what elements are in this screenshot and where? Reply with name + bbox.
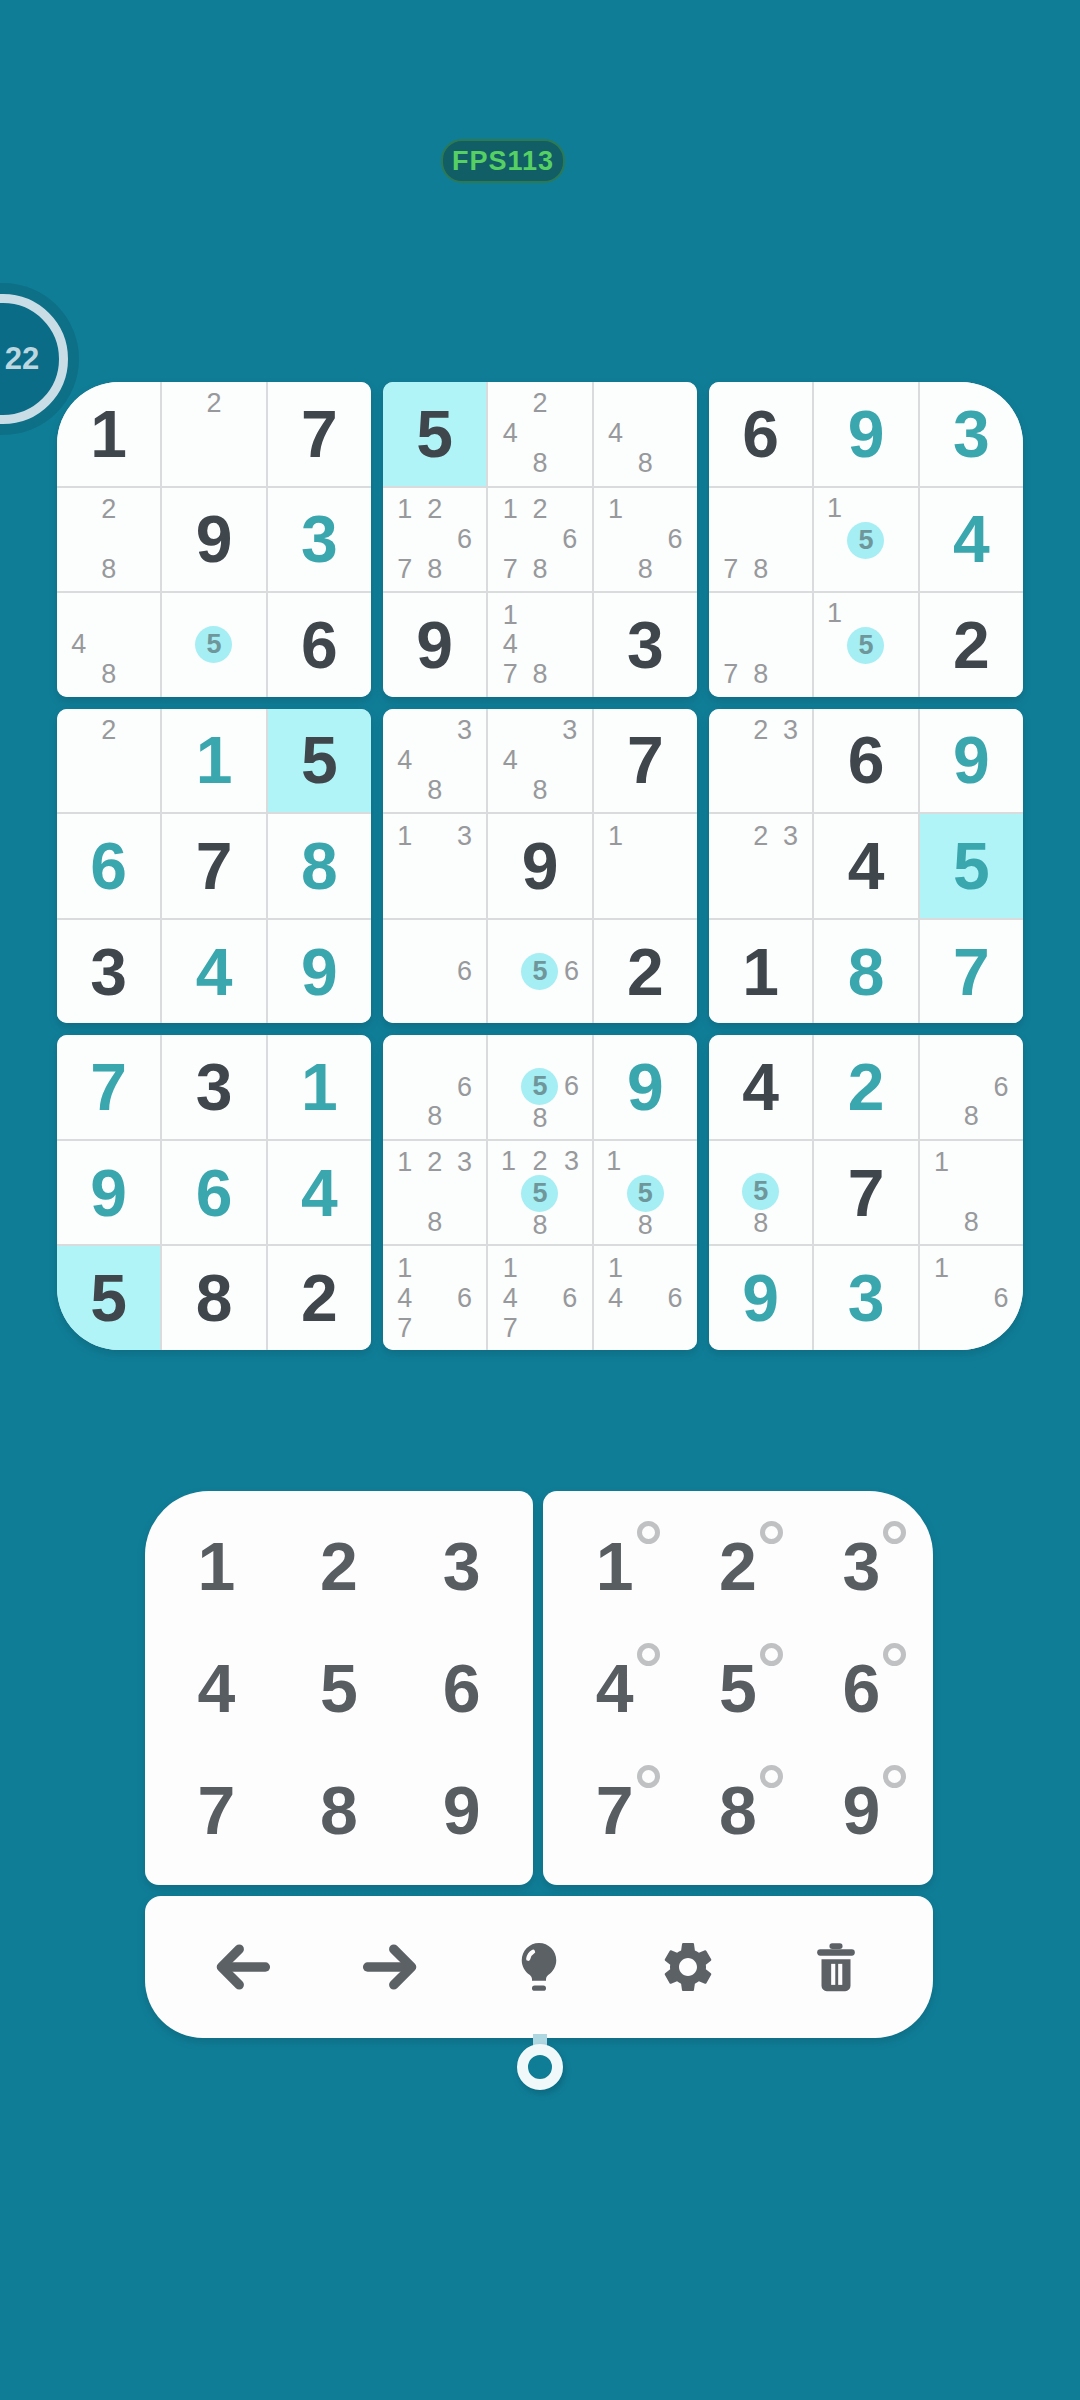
pencil-slot-4 xyxy=(716,630,746,660)
pencil-marks: 348 xyxy=(390,716,479,806)
pencil-slot-6: 6 xyxy=(986,1072,1016,1102)
note-digit-button-4[interactable]: 4 xyxy=(553,1627,676,1749)
pencil-slot-8: 8 xyxy=(521,1105,558,1132)
cell-r1c4[interactable]: 5 xyxy=(383,382,486,486)
cell-r4c8[interactable]: 6 xyxy=(814,709,917,813)
digit-button-4[interactable]: 4 xyxy=(155,1627,278,1749)
pencil-slot-6 xyxy=(124,524,154,554)
note-digit-button-6[interactable]: 6 xyxy=(800,1627,923,1749)
pencil-marks: 56 xyxy=(495,927,584,1017)
pencil-slot-7 xyxy=(495,990,521,1016)
pencil-slot-3 xyxy=(232,600,258,626)
pencil-slot-1: 1 xyxy=(821,495,847,522)
digit-button-2[interactable]: 2 xyxy=(278,1505,401,1627)
pencil-slot-8: 8 xyxy=(94,660,124,690)
cell-r9c1[interactable]: 5 xyxy=(57,1246,160,1350)
pencil-slot-1 xyxy=(390,927,420,957)
cell-r4c3[interactable]: 5 xyxy=(268,709,371,813)
cell-value: 4 xyxy=(742,1054,779,1120)
undo-button[interactable] xyxy=(197,1922,287,2012)
pencil-slot-5 xyxy=(746,630,776,660)
pad-digit-label: 7 xyxy=(197,1776,235,1844)
erase-button[interactable] xyxy=(791,1922,881,2012)
pencil-slot-4 xyxy=(601,524,631,554)
note-digit-button-9[interactable]: 9 xyxy=(800,1749,923,1871)
cell-r9c3[interactable]: 2 xyxy=(268,1246,371,1350)
cell-r2c7[interactable]: 78 xyxy=(709,488,812,592)
cell-r9c7[interactable]: 9 xyxy=(709,1246,812,1350)
cell-r5c8[interactable]: 4 xyxy=(814,814,917,918)
pencil-slot-6 xyxy=(450,746,480,776)
pencil-slot-5 xyxy=(94,524,124,554)
cell-r4c5[interactable]: 348 xyxy=(488,709,591,813)
cell-r2c6[interactable]: 168 xyxy=(594,488,697,592)
cell-r9c6[interactable]: 146 xyxy=(594,1246,697,1350)
cell-r1c1[interactable]: 1 xyxy=(57,382,160,486)
pencil-slot-9 xyxy=(124,554,154,584)
cell-r9c2[interactable]: 8 xyxy=(162,1246,265,1350)
pencil-slot-7 xyxy=(390,1208,420,1238)
cell-value: 9 xyxy=(742,1265,779,1331)
cell-value: 8 xyxy=(196,1265,233,1331)
pencil-slot-2: 2 xyxy=(525,389,555,419)
cell-value: 2 xyxy=(953,612,990,678)
pencil-slot-8: 8 xyxy=(746,554,776,584)
pencil-slot-9 xyxy=(450,554,480,584)
pencil-slot-4 xyxy=(716,1173,742,1210)
cell-value: 9 xyxy=(90,1160,127,1226)
pencil-slot-8 xyxy=(199,449,229,479)
pencil-slot-4 xyxy=(495,524,525,554)
note-ring-icon xyxy=(883,1765,906,1788)
pencil-slot-2 xyxy=(521,927,558,953)
pencil-slot-8: 8 xyxy=(630,449,660,479)
cell-r7c4[interactable]: 68 xyxy=(383,1035,486,1139)
digit-button-9[interactable]: 9 xyxy=(400,1749,523,1871)
note-digit-button-7[interactable]: 7 xyxy=(553,1749,676,1871)
pencil-slot-8 xyxy=(420,881,450,911)
note-digit-button-3[interactable]: 3 xyxy=(800,1505,923,1627)
pencil-slot-3 xyxy=(555,389,585,419)
cell-r8c1[interactable]: 9 xyxy=(57,1141,160,1245)
cell-r3c5[interactable]: 1478 xyxy=(488,593,591,697)
pencil-slot-1 xyxy=(64,495,94,525)
cell-r7c5[interactable]: 568 xyxy=(488,1035,591,1139)
pencil-marks: 68 xyxy=(390,1042,479,1132)
cell-r4c2[interactable]: 1 xyxy=(162,709,265,813)
pencil-slot-6: 6 xyxy=(986,1283,1016,1313)
pencil-slot-4: 4 xyxy=(495,746,525,776)
cell-r6c7[interactable]: 1 xyxy=(709,920,812,1024)
pencil-slot-8 xyxy=(630,881,660,911)
cell-r8c5[interactable]: 12358 xyxy=(488,1141,591,1245)
pencil-slot-5 xyxy=(630,851,660,881)
cell-value: 9 xyxy=(196,506,233,572)
pencil-slot-9 xyxy=(450,986,480,1016)
pencil-slot-9 xyxy=(776,881,806,911)
cell-value: 9 xyxy=(416,612,453,678)
pencil-slot-3 xyxy=(660,495,690,525)
pencil-slot-6 xyxy=(558,1175,584,1212)
pencil-slot-7 xyxy=(64,554,94,584)
pencil-slot-6 xyxy=(776,746,806,776)
pencil-slot-6 xyxy=(229,419,259,449)
note-digit-button-2[interactable]: 2 xyxy=(676,1505,799,1627)
cell-r8c9[interactable]: 18 xyxy=(920,1141,1023,1245)
pencil-slot-3 xyxy=(558,927,584,953)
redo-button[interactable] xyxy=(346,1922,436,2012)
pencil-slot-6 xyxy=(232,626,258,663)
pencil-slot-1 xyxy=(390,1042,420,1072)
pencil-slot-2: 2 xyxy=(94,495,124,525)
cell-value: 9 xyxy=(627,1054,664,1120)
pencil-slot-9 xyxy=(776,775,806,805)
pencil-slot-9 xyxy=(555,449,585,479)
pencil-slot-2 xyxy=(847,600,884,627)
pencil-slot-8: 8 xyxy=(956,1102,986,1132)
pencil-slot-5 xyxy=(94,746,124,776)
digit-button-7[interactable]: 7 xyxy=(155,1749,278,1871)
pencil-slot-4 xyxy=(390,1072,420,1102)
pencil-slot-6: 6 xyxy=(555,524,585,554)
pencil-slot-9 xyxy=(555,1313,585,1343)
pencil-slot-8: 8 xyxy=(94,554,124,584)
pencil-slot-9 xyxy=(555,554,585,584)
pencil-slot-3 xyxy=(776,495,806,525)
cell-value: 5 xyxy=(301,727,338,793)
pencil-slot-4: 4 xyxy=(495,630,525,660)
pad-digit-label: 9 xyxy=(842,1776,880,1844)
pencil-slot-3 xyxy=(124,495,154,525)
pencil-slot-1: 1 xyxy=(821,600,847,627)
pencil-slot-5: 5 xyxy=(847,627,884,664)
hint-button[interactable] xyxy=(494,1922,584,2012)
pencil-slot-8 xyxy=(746,775,776,805)
pencil-slot-1 xyxy=(495,389,525,419)
cell-r3c1[interactable]: 48 xyxy=(57,593,160,697)
cell-r2c9[interactable]: 4 xyxy=(920,488,1023,592)
pencil-slot-6: 6 xyxy=(450,524,480,554)
pencil-slot-2: 2 xyxy=(420,1148,450,1178)
box-5: 348348713916562 xyxy=(383,709,697,1024)
pencil-slot-5: 5 xyxy=(195,626,232,663)
pencil-slot-5: 5 xyxy=(742,1173,779,1210)
pencil-slot-5 xyxy=(630,524,660,554)
pencil-slot-5: 5 xyxy=(521,953,558,990)
note-ring-icon xyxy=(760,1643,783,1666)
pencil-slot-5 xyxy=(94,630,124,660)
pencil-slot-6 xyxy=(776,851,806,881)
pencil-slot-5 xyxy=(746,524,776,554)
pencil-slot-7: 7 xyxy=(716,660,746,690)
cell-r6c8[interactable]: 8 xyxy=(814,920,917,1024)
pencil-slot-7 xyxy=(169,663,195,689)
cell-value: 2 xyxy=(848,1054,885,1120)
toolbar xyxy=(145,1896,933,2038)
pencil-marks: 12678 xyxy=(495,495,584,585)
cell-r8c7[interactable]: 58 xyxy=(709,1141,812,1245)
pencil-slot-1: 1 xyxy=(495,1148,521,1175)
pencil-slot-1 xyxy=(495,927,521,953)
cell-r4c4[interactable]: 348 xyxy=(383,709,486,813)
cell-r2c8[interactable]: 15 xyxy=(814,488,917,592)
pencil-slot-4 xyxy=(495,1175,521,1212)
note-digit-button-8[interactable]: 8 xyxy=(676,1749,799,1871)
cell-value: 3 xyxy=(90,939,127,1005)
pencil-slot-5 xyxy=(525,419,555,449)
pencil-slot-4 xyxy=(716,524,746,554)
cell-value: 7 xyxy=(627,727,664,793)
cell-r7c8[interactable]: 2 xyxy=(814,1035,917,1139)
pad-digit-label: 5 xyxy=(719,1654,757,1722)
cell-r1c3[interactable]: 7 xyxy=(268,382,371,486)
cell-r4c7[interactable]: 23 xyxy=(709,709,812,813)
cell-r4c1[interactable]: 2 xyxy=(57,709,160,813)
pencil-slot-8 xyxy=(420,1313,450,1343)
pencil-slot-2: 2 xyxy=(746,716,776,746)
pencil-marks: 168 xyxy=(601,495,690,585)
cell-r8c2[interactable]: 6 xyxy=(162,1141,265,1245)
pencil-slot-6 xyxy=(660,419,690,449)
cell-r7c2[interactable]: 3 xyxy=(162,1035,265,1139)
pencil-slot-2 xyxy=(630,389,660,419)
cell-r8c4[interactable]: 1238 xyxy=(383,1141,486,1245)
cell-r6c3[interactable]: 9 xyxy=(268,920,371,1024)
box-6: 23692345187 xyxy=(709,709,1023,1024)
pencil-slot-6 xyxy=(776,524,806,554)
cell-r5c7[interactable]: 23 xyxy=(709,814,812,918)
cell-r1c5[interactable]: 248 xyxy=(488,382,591,486)
cell-value: 1 xyxy=(90,401,127,467)
cell-value: 8 xyxy=(301,833,338,899)
pencil-marks: 16 xyxy=(927,1253,1016,1343)
pad-digit-label: 2 xyxy=(320,1532,358,1600)
digit-button-8[interactable]: 8 xyxy=(278,1749,401,1871)
pencil-marks: 12358 xyxy=(495,1148,584,1238)
cell-r1c7[interactable]: 6 xyxy=(709,382,812,486)
cell-value: 5 xyxy=(90,1265,127,1331)
pencil-marks: 1 xyxy=(601,821,690,911)
cell-r6c1[interactable]: 3 xyxy=(57,920,160,1024)
pencil-slot-1 xyxy=(390,716,420,746)
pencil-slot-6 xyxy=(776,630,806,660)
pencil-slot-4 xyxy=(390,524,420,554)
pencil-slot-3: 3 xyxy=(776,821,806,851)
pencil-marks: 2 xyxy=(169,389,258,479)
pencil-slot-1 xyxy=(495,1042,521,1068)
pencil-slot-7 xyxy=(495,775,525,805)
pencil-slot-8: 8 xyxy=(420,775,450,805)
cell-r1c9[interactable]: 3 xyxy=(920,382,1023,486)
pencil-slot-8: 8 xyxy=(420,1102,450,1132)
pencil-highlight: 5 xyxy=(742,1173,779,1210)
cell-r6c9[interactable]: 7 xyxy=(920,920,1023,1024)
cell-r4c9[interactable]: 9 xyxy=(920,709,1023,813)
note-digit-button-5[interactable]: 5 xyxy=(676,1627,799,1749)
drag-handle[interactable] xyxy=(517,2044,563,2090)
pencil-slot-7 xyxy=(601,449,631,479)
cell-r2c4[interactable]: 12678 xyxy=(383,488,486,592)
cell-value: 5 xyxy=(416,401,453,467)
pencil-marks: 48 xyxy=(601,389,690,479)
cell-value: 7 xyxy=(953,939,990,1005)
cell-r6c6[interactable]: 2 xyxy=(594,920,697,1024)
cell-value: 6 xyxy=(301,612,338,678)
pencil-slot-1 xyxy=(716,495,746,525)
pencil-slot-3 xyxy=(555,495,585,525)
pencil-slot-7 xyxy=(390,881,420,911)
pencil-slot-3 xyxy=(660,389,690,419)
cell-r9c9[interactable]: 16 xyxy=(920,1246,1023,1350)
pencil-slot-2 xyxy=(627,1148,664,1175)
pencil-slot-7 xyxy=(495,449,525,479)
pencil-highlight: 5 xyxy=(627,1175,664,1212)
pencil-slot-5 xyxy=(420,851,450,881)
pencil-slot-8 xyxy=(525,1313,555,1343)
cell-r3c3[interactable]: 6 xyxy=(268,593,371,697)
cell-r1c6[interactable]: 48 xyxy=(594,382,697,486)
pencil-marks: 18 xyxy=(927,1148,1016,1238)
cell-r9c8[interactable]: 3 xyxy=(814,1246,917,1350)
pencil-slot-7 xyxy=(716,775,746,805)
pencil-slot-1 xyxy=(716,600,746,630)
pencil-slot-3 xyxy=(450,1042,480,1072)
gear-icon xyxy=(658,1937,718,1997)
cell-r3c8[interactable]: 15 xyxy=(814,593,917,697)
cell-r8c6[interactable]: 158 xyxy=(594,1141,697,1245)
digit-button-6[interactable]: 6 xyxy=(400,1627,523,1749)
pencil-slot-7: 7 xyxy=(495,1313,525,1343)
pencil-slot-3 xyxy=(986,1148,1016,1178)
cell-r8c8[interactable]: 7 xyxy=(814,1141,917,1245)
pencil-slot-2: 2 xyxy=(199,389,229,419)
pencil-slot-3 xyxy=(884,600,910,627)
pencil-slot-5 xyxy=(525,524,555,554)
fps-badge-label: FPS113 xyxy=(452,146,554,177)
pencil-slot-3 xyxy=(986,1042,1016,1072)
cell-r3c4[interactable]: 9 xyxy=(383,593,486,697)
pencil-slot-4 xyxy=(64,524,94,554)
cell-r2c1[interactable]: 28 xyxy=(57,488,160,592)
cell-r5c3[interactable]: 8 xyxy=(268,814,371,918)
pencil-slot-3: 3 xyxy=(450,1148,480,1178)
settings-button[interactable] xyxy=(643,1922,733,2012)
pencil-slot-7: 7 xyxy=(716,554,746,584)
digit-button-3[interactable]: 3 xyxy=(400,1505,523,1627)
cell-value: 3 xyxy=(953,401,990,467)
pencil-marks: 1467 xyxy=(495,1253,584,1343)
cell-r5c2[interactable]: 7 xyxy=(162,814,265,918)
cell-r3c2[interactable]: 5 xyxy=(162,593,265,697)
cell-r7c7[interactable]: 4 xyxy=(709,1035,812,1139)
pencil-slot-7 xyxy=(821,559,847,585)
cell-r3c6[interactable]: 3 xyxy=(594,593,697,697)
pencil-slot-3 xyxy=(555,600,585,630)
cell-r7c9[interactable]: 68 xyxy=(920,1035,1023,1139)
cell-r3c7[interactable]: 78 xyxy=(709,593,812,697)
cell-r6c4[interactable]: 6 xyxy=(383,920,486,1024)
cell-r5c9[interactable]: 5 xyxy=(920,814,1023,918)
cell-r2c5[interactable]: 12678 xyxy=(488,488,591,592)
pencil-slot-1 xyxy=(169,389,199,419)
pencil-slot-8 xyxy=(195,663,232,689)
cell-value: 7 xyxy=(301,401,338,467)
pencil-slot-1 xyxy=(716,1148,742,1174)
pencil-slot-4 xyxy=(390,851,420,881)
pencil-highlight: 5 xyxy=(521,1175,558,1212)
pencil-marks: 6 xyxy=(390,927,479,1017)
trash-icon xyxy=(807,1938,865,1996)
pencil-highlight: 5 xyxy=(195,626,232,663)
pencil-slot-5 xyxy=(420,957,450,987)
pencil-slot-9 xyxy=(232,663,258,689)
cell-r2c2[interactable]: 9 xyxy=(162,488,265,592)
note-ring-icon xyxy=(637,1643,660,1666)
digit-button-1[interactable]: 1 xyxy=(155,1505,278,1627)
cell-r1c8[interactable]: 9 xyxy=(814,382,917,486)
cell-r7c3[interactable]: 1 xyxy=(268,1035,371,1139)
pencil-slot-3 xyxy=(124,716,154,746)
cell-value: 3 xyxy=(627,612,664,678)
cell-r4c6[interactable]: 7 xyxy=(594,709,697,813)
pencil-slot-9 xyxy=(776,554,806,584)
pencil-slot-4: 4 xyxy=(64,630,94,660)
cell-r2c3[interactable]: 3 xyxy=(268,488,371,592)
cell-r1c2[interactable]: 2 xyxy=(162,382,265,486)
cell-value: 9 xyxy=(301,939,338,1005)
cell-value: 4 xyxy=(953,506,990,572)
pencil-slot-3 xyxy=(776,600,806,630)
pencil-slot-6 xyxy=(555,630,585,660)
box-9: 4268587189316 xyxy=(709,1035,1023,1350)
note-digit-button-1[interactable]: 1 xyxy=(553,1505,676,1627)
cell-value: 8 xyxy=(848,939,885,1005)
cell-r5c4[interactable]: 13 xyxy=(383,814,486,918)
pencil-slot-7: 7 xyxy=(495,554,525,584)
cell-r6c2[interactable]: 4 xyxy=(162,920,265,1024)
cell-r5c6[interactable]: 1 xyxy=(594,814,697,918)
pencil-slot-6 xyxy=(555,746,585,776)
cell-value: 7 xyxy=(90,1054,127,1120)
pencil-slot-4 xyxy=(716,746,746,776)
cell-r7c1[interactable]: 7 xyxy=(57,1035,160,1139)
pencil-slot-6 xyxy=(884,627,910,664)
sudoku-board: 1272893485652484812678126781689147836937… xyxy=(57,382,1023,1350)
pencil-slot-6 xyxy=(450,851,480,881)
cell-r5c5[interactable]: 9 xyxy=(488,814,591,918)
pencil-slot-3 xyxy=(660,821,690,851)
digit-button-5[interactable]: 5 xyxy=(278,1627,401,1749)
pencil-slot-2 xyxy=(420,927,450,957)
pencil-slot-1 xyxy=(601,389,631,419)
pencil-slot-7 xyxy=(716,881,746,911)
cell-r9c5[interactable]: 1467 xyxy=(488,1246,591,1350)
cell-r3c9[interactable]: 2 xyxy=(920,593,1023,697)
pencil-slot-8 xyxy=(956,1313,986,1343)
cell-r9c4[interactable]: 1467 xyxy=(383,1246,486,1350)
pencil-slot-6: 6 xyxy=(660,1283,690,1313)
cell-r8c3[interactable]: 4 xyxy=(268,1141,371,1245)
pencil-slot-7 xyxy=(716,1210,742,1237)
cell-r7c6[interactable]: 9 xyxy=(594,1035,697,1139)
pencil-slot-3 xyxy=(450,495,480,525)
cell-r5c1[interactable]: 6 xyxy=(57,814,160,918)
pencil-slot-9 xyxy=(660,554,690,584)
cell-r6c5[interactable]: 56 xyxy=(488,920,591,1024)
pencil-slot-7 xyxy=(601,881,631,911)
pencil-slot-4 xyxy=(821,627,847,664)
pencil-marks: 68 xyxy=(927,1042,1016,1132)
